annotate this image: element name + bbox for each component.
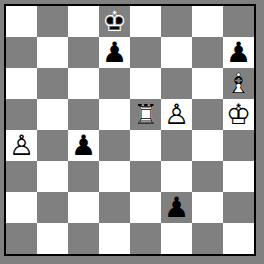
chess-diagram: ♚♔♟♟♝♗♜♖♟♙♚♔♟♙♟♟ — [0, 0, 264, 264]
black-king: ♚♔ — [99, 6, 130, 37]
square-b5[interactable] — [37, 99, 68, 130]
square-c2[interactable] — [68, 192, 99, 223]
black-pawn: ♟ — [99, 37, 130, 68]
square-c1[interactable] — [68, 223, 99, 254]
square-b4[interactable] — [37, 130, 68, 161]
square-d7[interactable]: ♟ — [99, 37, 130, 68]
square-d8[interactable]: ♚♔ — [99, 6, 130, 37]
square-h8[interactable] — [223, 6, 254, 37]
square-g8[interactable] — [192, 6, 223, 37]
square-d2[interactable] — [99, 192, 130, 223]
square-a4[interactable]: ♟♙ — [6, 130, 37, 161]
square-b3[interactable] — [37, 161, 68, 192]
square-e8[interactable] — [130, 6, 161, 37]
square-f4[interactable] — [161, 130, 192, 161]
square-h3[interactable] — [223, 161, 254, 192]
square-b1[interactable] — [37, 223, 68, 254]
square-c7[interactable] — [68, 37, 99, 68]
square-f8[interactable] — [161, 6, 192, 37]
square-e5[interactable]: ♜♖ — [130, 99, 161, 130]
white-rook: ♜♖ — [130, 99, 161, 130]
square-e7[interactable] — [130, 37, 161, 68]
square-h2[interactable] — [223, 192, 254, 223]
square-g3[interactable] — [192, 161, 223, 192]
white-king: ♚♔ — [223, 99, 254, 130]
square-f5[interactable]: ♟♙ — [161, 99, 192, 130]
square-a1[interactable] — [6, 223, 37, 254]
square-a6[interactable] — [6, 68, 37, 99]
square-g1[interactable] — [192, 223, 223, 254]
white-pawn: ♟♙ — [161, 99, 192, 130]
black-pawn: ♟ — [68, 130, 99, 161]
white-pawn: ♟♙ — [6, 130, 37, 161]
square-b6[interactable] — [37, 68, 68, 99]
square-e3[interactable] — [130, 161, 161, 192]
square-g6[interactable] — [192, 68, 223, 99]
square-c4[interactable]: ♟ — [68, 130, 99, 161]
square-a7[interactable] — [6, 37, 37, 68]
chess-board: ♚♔♟♟♝♗♜♖♟♙♚♔♟♙♟♟ — [4, 4, 256, 256]
square-b7[interactable] — [37, 37, 68, 68]
square-c6[interactable] — [68, 68, 99, 99]
square-d4[interactable] — [99, 130, 130, 161]
square-f7[interactable] — [161, 37, 192, 68]
square-e4[interactable] — [130, 130, 161, 161]
square-h7[interactable]: ♟ — [223, 37, 254, 68]
square-a3[interactable] — [6, 161, 37, 192]
square-e1[interactable] — [130, 223, 161, 254]
square-e6[interactable] — [130, 68, 161, 99]
square-h1[interactable] — [223, 223, 254, 254]
square-e2[interactable] — [130, 192, 161, 223]
square-a2[interactable] — [6, 192, 37, 223]
square-f3[interactable] — [161, 161, 192, 192]
square-c8[interactable] — [68, 6, 99, 37]
square-d6[interactable] — [99, 68, 130, 99]
square-h6[interactable]: ♝♗ — [223, 68, 254, 99]
black-pawn: ♟ — [223, 37, 254, 68]
square-f2[interactable]: ♟ — [161, 192, 192, 223]
square-a5[interactable] — [6, 99, 37, 130]
square-f1[interactable] — [161, 223, 192, 254]
square-d1[interactable] — [99, 223, 130, 254]
square-f6[interactable] — [161, 68, 192, 99]
square-g5[interactable] — [192, 99, 223, 130]
square-c3[interactable] — [68, 161, 99, 192]
square-a8[interactable] — [6, 6, 37, 37]
square-b8[interactable] — [37, 6, 68, 37]
square-g4[interactable] — [192, 130, 223, 161]
square-h5[interactable]: ♚♔ — [223, 99, 254, 130]
square-b2[interactable] — [37, 192, 68, 223]
square-d3[interactable] — [99, 161, 130, 192]
square-d5[interactable] — [99, 99, 130, 130]
black-pawn: ♟ — [161, 192, 192, 223]
square-g7[interactable] — [192, 37, 223, 68]
square-g2[interactable] — [192, 192, 223, 223]
square-h4[interactable] — [223, 130, 254, 161]
white-bishop: ♝♗ — [223, 68, 254, 99]
square-c5[interactable] — [68, 99, 99, 130]
